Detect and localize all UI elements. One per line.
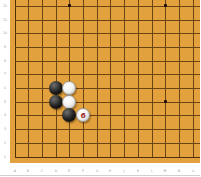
column-label: O bbox=[190, 169, 196, 172]
board-left-border-line bbox=[15, 0, 17, 158]
grid-vertical-line bbox=[69, 0, 70, 158]
grid-vertical-line bbox=[179, 0, 180, 158]
star-point bbox=[68, 4, 71, 7]
row-label: 4 bbox=[2, 114, 8, 117]
star-point bbox=[164, 100, 167, 103]
column-label: K bbox=[135, 169, 141, 172]
column-label: F bbox=[80, 169, 86, 172]
go-app-window: 6 123456789101112 ABCDEFGHJKLMNO bbox=[0, 0, 200, 177]
white-stone bbox=[62, 95, 76, 109]
column-label: A bbox=[12, 169, 18, 172]
column-label: B bbox=[25, 169, 31, 172]
board-bottom-border-line bbox=[15, 157, 201, 159]
column-label: N bbox=[176, 169, 182, 172]
grid-horizontal-line bbox=[15, 115, 201, 116]
column-label: C bbox=[39, 169, 45, 172]
grid-horizontal-line bbox=[15, 20, 201, 21]
row-label: 8 bbox=[2, 59, 8, 62]
grid-horizontal-line bbox=[15, 33, 201, 34]
column-label: D bbox=[53, 169, 59, 172]
column-label: L bbox=[149, 169, 155, 172]
row-label: 3 bbox=[2, 127, 8, 130]
grid-vertical-line bbox=[124, 0, 125, 158]
grid-vertical-line bbox=[138, 0, 139, 158]
grid-vertical-line bbox=[193, 0, 194, 158]
grid-vertical-line bbox=[83, 0, 84, 158]
grid-horizontal-line bbox=[15, 143, 201, 144]
grid-horizontal-line bbox=[15, 6, 201, 7]
grid-horizontal-line bbox=[15, 129, 201, 130]
white-stone bbox=[62, 81, 76, 95]
column-label: J bbox=[121, 169, 127, 172]
row-coordinate-labels: 123456789101112 bbox=[0, 0, 10, 163]
row-label: 5 bbox=[2, 100, 8, 103]
column-label: G bbox=[94, 169, 100, 172]
column-label: M bbox=[162, 169, 168, 172]
grid-vertical-line bbox=[165, 0, 166, 158]
row-label: 6 bbox=[2, 86, 8, 89]
column-label: E bbox=[67, 169, 73, 172]
star-point bbox=[164, 4, 167, 7]
grid-horizontal-line bbox=[15, 74, 201, 75]
grid-horizontal-line bbox=[15, 47, 201, 48]
row-label: 9 bbox=[2, 45, 8, 48]
row-label: 11 bbox=[2, 18, 8, 21]
black-stone bbox=[49, 81, 63, 95]
row-label: 7 bbox=[2, 73, 8, 76]
row-label: 2 bbox=[2, 141, 8, 144]
row-label: 1 bbox=[2, 155, 8, 158]
row-label: 10 bbox=[2, 32, 8, 35]
white-stone: 6 bbox=[76, 108, 90, 122]
row-label: 12 bbox=[2, 4, 8, 7]
column-label: H bbox=[108, 169, 114, 172]
grid-horizontal-line bbox=[15, 61, 201, 62]
grid-vertical-line bbox=[97, 0, 98, 158]
grid-horizontal-line bbox=[15, 88, 201, 89]
go-board[interactable]: 6 bbox=[10, 0, 200, 163]
grid-vertical-line bbox=[152, 0, 153, 158]
grid-vertical-line bbox=[110, 0, 111, 158]
grid-vertical-line bbox=[56, 0, 57, 158]
move-number-label: 6 bbox=[80, 112, 85, 120]
black-stone bbox=[62, 108, 76, 122]
grid-vertical-line bbox=[28, 0, 29, 158]
grid-horizontal-line bbox=[15, 102, 201, 103]
black-stone bbox=[49, 95, 63, 109]
window-edge-line bbox=[0, 175, 200, 176]
grid-vertical-line bbox=[42, 0, 43, 158]
